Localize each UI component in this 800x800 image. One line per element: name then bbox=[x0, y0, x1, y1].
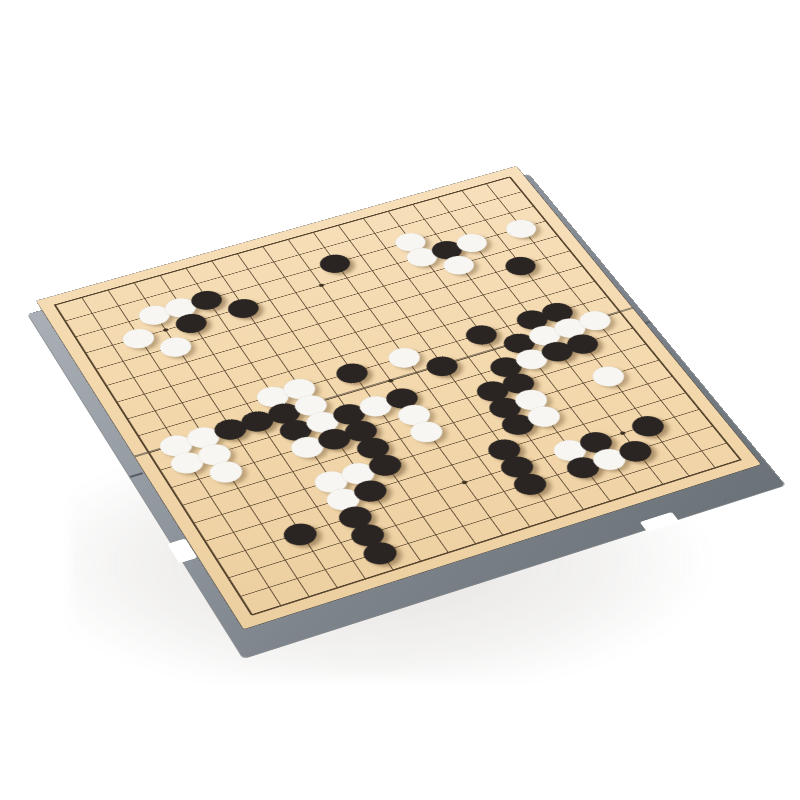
product-photo-scene: ●●●●●●●●●●●●●●●●●●●●●●●●●●●●●●●●●●●●●●●●… bbox=[0, 0, 800, 800]
hinge-mark-left bbox=[129, 472, 143, 478]
